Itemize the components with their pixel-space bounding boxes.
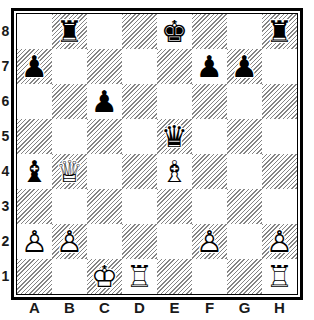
square-a2[interactable]: ♟♙ <box>17 224 52 259</box>
square-b2[interactable]: ♟♙ <box>52 224 87 259</box>
black-king-e8[interactable]: ♚ <box>157 14 192 49</box>
square-g1[interactable] <box>227 259 262 294</box>
square-f5[interactable] <box>192 119 227 154</box>
file-label-a: A <box>17 299 52 316</box>
square-b1[interactable] <box>52 259 87 294</box>
square-c8[interactable] <box>87 14 122 49</box>
black-pawn-a7[interactable]: ♟ <box>17 49 52 84</box>
black-pawn-g7[interactable]: ♟ <box>227 49 262 84</box>
square-d8[interactable] <box>122 14 157 49</box>
square-c7[interactable] <box>87 49 122 84</box>
square-b8[interactable]: ♜♜ <box>52 14 87 49</box>
square-c1[interactable]: ♚♔ <box>87 259 122 294</box>
board-frame: ♜♜♚♚♜♜♟♟♟♟♟♟♟♟♛♛♝♝♛♕♝♗♟♙♟♙♟♙♟♙♚♔♜♖♜♖ <box>11 8 303 300</box>
square-g8[interactable] <box>227 14 262 49</box>
file-label-h: H <box>262 299 297 316</box>
square-g4[interactable] <box>227 154 262 189</box>
square-d7[interactable] <box>122 49 157 84</box>
file-label-e: E <box>157 299 192 316</box>
file-label-g: G <box>227 299 262 316</box>
rank-label-7: 7 <box>0 49 11 84</box>
rank-label-8: 8 <box>0 14 11 49</box>
square-h6[interactable] <box>262 84 297 119</box>
square-c2[interactable] <box>87 224 122 259</box>
white-rook-d1[interactable]: ♖ <box>122 259 157 294</box>
square-c6[interactable]: ♟♟ <box>87 84 122 119</box>
square-a3[interactable] <box>17 189 52 224</box>
file-labels: ABCDEFGH <box>17 299 297 316</box>
square-f6[interactable] <box>192 84 227 119</box>
square-b6[interactable] <box>52 84 87 119</box>
rank-label-4: 4 <box>0 154 11 189</box>
square-g3[interactable] <box>227 189 262 224</box>
black-rook-h8[interactable]: ♜ <box>262 14 297 49</box>
square-b7[interactable] <box>52 49 87 84</box>
rank-labels: 87654321 <box>0 14 11 294</box>
square-e3[interactable] <box>157 189 192 224</box>
chessboard: ♜♜♚♚♜♜♟♟♟♟♟♟♟♟♛♛♝♝♛♕♝♗♟♙♟♙♟♙♟♙♚♔♜♖♜♖ <box>16 13 298 295</box>
white-rook-h1[interactable]: ♖ <box>262 259 297 294</box>
file-label-c: C <box>87 299 122 316</box>
black-queen-e5[interactable]: ♛ <box>157 119 192 154</box>
black-rook-b8[interactable]: ♜ <box>52 14 87 49</box>
rank-label-6: 6 <box>0 84 11 119</box>
square-f3[interactable] <box>192 189 227 224</box>
square-e1[interactable] <box>157 259 192 294</box>
square-h2[interactable]: ♟♙ <box>262 224 297 259</box>
square-h1[interactable]: ♜♖ <box>262 259 297 294</box>
square-g7[interactable]: ♟♟ <box>227 49 262 84</box>
square-e7[interactable] <box>157 49 192 84</box>
chess-diagram: 87654321 ♜♜♚♚♜♜♟♟♟♟♟♟♟♟♛♛♝♝♛♕♝♗♟♙♟♙♟♙♟♙♚… <box>0 0 314 320</box>
square-b4[interactable]: ♛♕ <box>52 154 87 189</box>
white-pawn-f2[interactable]: ♙ <box>192 224 227 259</box>
file-label-d: D <box>122 299 157 316</box>
square-h4[interactable] <box>262 154 297 189</box>
black-pawn-f7[interactable]: ♟ <box>192 49 227 84</box>
square-d3[interactable] <box>122 189 157 224</box>
square-h5[interactable] <box>262 119 297 154</box>
square-c3[interactable] <box>87 189 122 224</box>
black-bishop-a4[interactable]: ♝ <box>17 154 52 189</box>
square-g6[interactable] <box>227 84 262 119</box>
square-g2[interactable] <box>227 224 262 259</box>
square-c4[interactable] <box>87 154 122 189</box>
square-f1[interactable] <box>192 259 227 294</box>
square-a1[interactable] <box>17 259 52 294</box>
square-e8[interactable]: ♚♚ <box>157 14 192 49</box>
square-d6[interactable] <box>122 84 157 119</box>
rank-label-3: 3 <box>0 189 11 224</box>
square-a8[interactable] <box>17 14 52 49</box>
square-a5[interactable] <box>17 119 52 154</box>
square-g5[interactable] <box>227 119 262 154</box>
square-b5[interactable] <box>52 119 87 154</box>
square-a7[interactable]: ♟♟ <box>17 49 52 84</box>
square-d4[interactable] <box>122 154 157 189</box>
white-pawn-b2[interactable]: ♙ <box>52 224 87 259</box>
square-e2[interactable] <box>157 224 192 259</box>
square-c5[interactable] <box>87 119 122 154</box>
rank-label-5: 5 <box>0 119 11 154</box>
square-d2[interactable] <box>122 224 157 259</box>
rank-label-2: 2 <box>0 224 11 259</box>
white-bishop-e4[interactable]: ♗ <box>157 154 192 189</box>
square-a4[interactable]: ♝♝ <box>17 154 52 189</box>
square-b3[interactable] <box>52 189 87 224</box>
square-a6[interactable] <box>17 84 52 119</box>
square-d5[interactable] <box>122 119 157 154</box>
white-king-c1[interactable]: ♔ <box>87 259 122 294</box>
square-d1[interactable]: ♜♖ <box>122 259 157 294</box>
square-f7[interactable]: ♟♟ <box>192 49 227 84</box>
square-h8[interactable]: ♜♜ <box>262 14 297 49</box>
square-e4[interactable]: ♝♗ <box>157 154 192 189</box>
black-pawn-c6[interactable]: ♟ <box>87 84 122 119</box>
square-e5[interactable]: ♛♛ <box>157 119 192 154</box>
square-f4[interactable] <box>192 154 227 189</box>
white-pawn-h2[interactable]: ♙ <box>262 224 297 259</box>
square-h3[interactable] <box>262 189 297 224</box>
white-queen-b4[interactable]: ♕ <box>52 154 87 189</box>
white-pawn-a2[interactable]: ♙ <box>17 224 52 259</box>
square-f8[interactable] <box>192 14 227 49</box>
square-h7[interactable] <box>262 49 297 84</box>
square-e6[interactable] <box>157 84 192 119</box>
file-label-f: F <box>192 299 227 316</box>
file-label-b: B <box>52 299 87 316</box>
rank-label-1: 1 <box>0 259 11 294</box>
square-f2[interactable]: ♟♙ <box>192 224 227 259</box>
